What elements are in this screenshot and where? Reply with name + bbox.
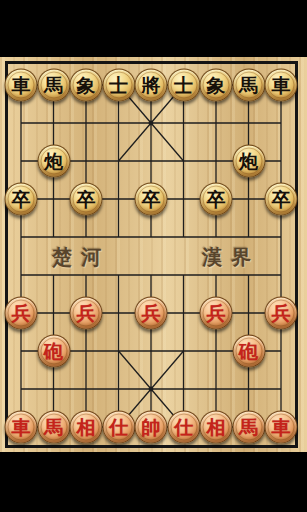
letterbox-bottom (0, 452, 307, 512)
piece-black-chariot[interactable]: 車 (265, 69, 298, 102)
piece-red-horse[interactable]: 馬 (232, 411, 265, 444)
piece-black-chariot[interactable]: 車 (5, 69, 38, 102)
piece-red-soldier[interactable]: 兵 (200, 297, 233, 330)
piece-red-elephant[interactable]: 相 (70, 411, 103, 444)
piece-black-advisor[interactable]: 士 (102, 69, 135, 102)
piece-red-soldier[interactable]: 兵 (265, 297, 298, 330)
piece-red-advisor[interactable]: 仕 (102, 411, 135, 444)
piece-black-horse[interactable]: 馬 (232, 69, 265, 102)
piece-red-general[interactable]: 帥 (135, 411, 168, 444)
piece-red-cannon[interactable]: 砲 (37, 335, 70, 368)
piece-black-soldier[interactable]: 卒 (265, 183, 298, 216)
piece-red-chariot[interactable]: 車 (265, 411, 298, 444)
piece-black-soldier[interactable]: 卒 (135, 183, 168, 216)
app-screen: 楚河 漢界 車馬象士將士象馬車炮炮卒卒卒卒卒兵兵兵兵兵砲砲車馬相仕帥仕相馬車 (0, 0, 307, 512)
piece-black-horse[interactable]: 馬 (37, 69, 70, 102)
piece-red-soldier[interactable]: 兵 (5, 297, 38, 330)
piece-red-horse[interactable]: 馬 (37, 411, 70, 444)
board-grid (0, 57, 307, 452)
piece-black-elephant[interactable]: 象 (200, 69, 233, 102)
piece-black-cannon[interactable]: 炮 (232, 145, 265, 178)
piece-black-soldier[interactable]: 卒 (70, 183, 103, 216)
piece-red-cannon[interactable]: 砲 (232, 335, 265, 368)
piece-black-soldier[interactable]: 卒 (200, 183, 233, 216)
piece-black-soldier[interactable]: 卒 (5, 183, 38, 216)
piece-red-soldier[interactable]: 兵 (135, 297, 168, 330)
letterbox-top (0, 0, 307, 57)
piece-black-advisor[interactable]: 士 (167, 69, 200, 102)
river-label-han-jie: 漢界 (202, 243, 260, 271)
piece-red-advisor[interactable]: 仕 (167, 411, 200, 444)
xiangqi-board[interactable]: 楚河 漢界 車馬象士將士象馬車炮炮卒卒卒卒卒兵兵兵兵兵砲砲車馬相仕帥仕相馬車 (0, 57, 307, 452)
piece-black-elephant[interactable]: 象 (70, 69, 103, 102)
piece-red-soldier[interactable]: 兵 (70, 297, 103, 330)
piece-black-cannon[interactable]: 炮 (37, 145, 70, 178)
river-label-chu-he: 楚河 (52, 243, 110, 271)
piece-red-elephant[interactable]: 相 (200, 411, 233, 444)
piece-black-general[interactable]: 將 (135, 69, 168, 102)
piece-red-chariot[interactable]: 車 (5, 411, 38, 444)
